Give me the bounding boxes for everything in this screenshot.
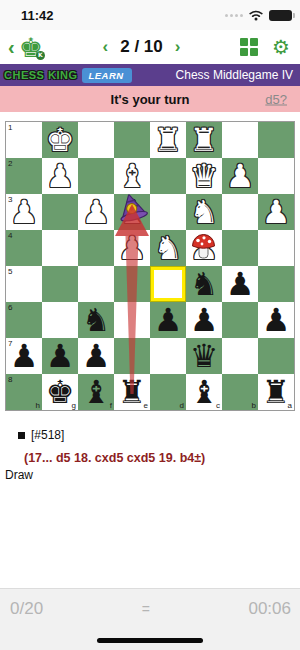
square-e7[interactable] xyxy=(114,338,150,374)
square-b1[interactable] xyxy=(222,122,258,158)
square-g6[interactable] xyxy=(42,302,78,338)
clock-time: 11:42 xyxy=(21,8,54,23)
square-a1[interactable] xyxy=(258,122,294,158)
black-piece-e8: ♜ xyxy=(118,376,147,408)
puzzle-id: [#518] xyxy=(31,428,64,442)
square-e6[interactable] xyxy=(114,302,150,338)
black-piece-f8: ♝ xyxy=(82,376,111,408)
black-piece-a6: ♟ xyxy=(262,304,291,336)
file-label-h: h xyxy=(36,401,40,410)
hint-move-link[interactable]: d5? xyxy=(265,92,287,107)
square-h2[interactable]: 2 xyxy=(6,158,42,194)
square-f8[interactable]: f♝ xyxy=(78,374,114,410)
black-piece-c6: ♟ xyxy=(190,304,219,336)
white-piece-c4: ♟ xyxy=(190,232,219,264)
white-piece-e4: ♟ xyxy=(118,232,147,264)
square-g3[interactable] xyxy=(42,194,78,230)
prompt-bar: It's your turn d5? xyxy=(0,86,300,112)
square-b5[interactable]: ♟ xyxy=(222,266,258,302)
square-g1[interactable]: ♚ xyxy=(42,122,78,158)
rank-label-7: 7 xyxy=(8,339,12,348)
evaluation-symbol: = xyxy=(142,601,150,617)
black-piece-g8: ♚ xyxy=(46,376,75,408)
square-d3[interactable] xyxy=(150,194,186,230)
square-g7[interactable]: ♟ xyxy=(42,338,78,374)
black-piece-f6: ♞ xyxy=(82,304,111,336)
rank-label-5: 5 xyxy=(8,267,12,276)
white-piece-f3: ♟ xyxy=(82,196,111,228)
square-d8[interactable]: d xyxy=(150,374,186,410)
square-h6[interactable]: 6 xyxy=(6,302,42,338)
black-piece-g7: ♟ xyxy=(46,340,75,372)
square-e1[interactable] xyxy=(114,122,150,158)
brand-bar: CHESS KING LEARN Chess Middlegame IV xyxy=(0,64,300,86)
cellular-signal-icon xyxy=(225,14,243,17)
file-label-f: f xyxy=(110,401,112,410)
square-d1[interactable]: ♜ xyxy=(150,122,186,158)
square-a3[interactable]: ♟ xyxy=(258,194,294,230)
settings-gear-button[interactable]: ⚙ xyxy=(272,37,290,57)
square-b2[interactable]: ♟ xyxy=(222,158,258,194)
puzzle-counter: 2 / 10 xyxy=(120,37,163,57)
rank-label-2: 2 xyxy=(8,159,12,168)
black-piece-a8: ♜ xyxy=(262,376,291,408)
prev-puzzle-button[interactable]: ‹ xyxy=(103,37,109,57)
square-c1[interactable]: ♜ xyxy=(186,122,222,158)
turn-message: It's your turn xyxy=(111,92,190,107)
square-h5[interactable]: 5 xyxy=(6,266,42,302)
black-piece-f7: ♟ xyxy=(82,340,111,372)
file-label-a: a xyxy=(288,401,292,410)
square-h7[interactable]: 7♟ xyxy=(6,338,42,374)
square-c3[interactable]: ♞ xyxy=(186,194,222,230)
square-b7[interactable] xyxy=(222,338,258,374)
square-f6[interactable]: ♞ xyxy=(78,302,114,338)
square-a8[interactable]: a♜ xyxy=(258,374,294,410)
square-a6[interactable]: ♟ xyxy=(258,302,294,338)
square-a7[interactable] xyxy=(258,338,294,374)
white-piece-e2: ♝ xyxy=(118,160,147,192)
rank-label-3: 3 xyxy=(8,195,12,204)
square-f2[interactable] xyxy=(78,158,114,194)
annotation-panel: [#518] (17... d5 18. cxd5 cxd5 19. b4±) … xyxy=(0,428,300,482)
white-piece-e3: ♝ xyxy=(118,196,147,228)
chess-king-logo-icon[interactable]: ♚K xyxy=(19,34,43,61)
square-c5[interactable]: ♞ xyxy=(186,266,222,302)
logo-badge: K xyxy=(36,51,45,60)
square-h4[interactable]: 4 xyxy=(6,230,42,266)
white-piece-d4: ♞ xyxy=(154,232,183,264)
file-label-e: e xyxy=(144,401,148,410)
square-d4[interactable]: ♞ xyxy=(150,230,186,266)
square-f1[interactable] xyxy=(78,122,114,158)
square-e5[interactable] xyxy=(114,266,150,302)
square-d2[interactable] xyxy=(150,158,186,194)
square-c2[interactable]: ♛ xyxy=(186,158,222,194)
square-b8[interactable]: b xyxy=(222,374,258,410)
rank-label-8: 8 xyxy=(8,375,12,384)
square-e3[interactable]: ♝ xyxy=(114,194,150,230)
rank-label-4: 4 xyxy=(8,231,12,240)
square-f5[interactable] xyxy=(78,266,114,302)
square-f3[interactable]: ♟ xyxy=(78,194,114,230)
wifi-icon xyxy=(248,9,264,21)
square-e8[interactable]: e♜ xyxy=(114,374,150,410)
back-chevron-icon[interactable]: ‹ xyxy=(8,37,15,57)
course-title: Chess Middlegame IV xyxy=(176,68,293,82)
square-c7[interactable]: ♛ xyxy=(186,338,222,374)
square-a4[interactable] xyxy=(258,230,294,266)
next-puzzle-button[interactable]: › xyxy=(175,37,181,57)
square-h8[interactable]: 8h xyxy=(6,374,42,410)
puzzle-grid-button[interactable] xyxy=(240,38,258,56)
square-f4[interactable] xyxy=(78,230,114,266)
square-h1[interactable]: 1 xyxy=(6,122,42,158)
square-b6[interactable] xyxy=(222,302,258,338)
result-text: Draw xyxy=(0,468,300,482)
footer-bar: 0/20 = 00:06 xyxy=(0,588,300,650)
score-counter: 0/20 xyxy=(10,599,43,619)
black-piece-c5: ♞ xyxy=(190,268,219,300)
square-g2[interactable]: ♟ xyxy=(42,158,78,194)
square-e2[interactable]: ♝ xyxy=(114,158,150,194)
black-piece-d6: ♟ xyxy=(154,304,183,336)
square-b4[interactable] xyxy=(222,230,258,266)
white-piece-g2: ♟ xyxy=(46,160,75,192)
square-c4[interactable]: ♟ xyxy=(186,230,222,266)
square-g5[interactable] xyxy=(42,266,78,302)
board-container: 1♚♜♜2♟♝♛♟3♟♟♝ ♞♟4♟♞♟ 5♞♟6♞♟♟♟7♟♟♟♛8hg♚f♝… xyxy=(5,121,295,411)
nav-bar: ‹ ♚K ‹ 2 / 10 › ⚙ xyxy=(0,30,300,64)
white-piece-c2: ♛ xyxy=(190,160,219,192)
white-piece-c3: ♞ xyxy=(190,196,219,228)
file-label-b: b xyxy=(252,401,256,410)
home-indicator[interactable] xyxy=(97,638,203,643)
black-piece-c8: ♝ xyxy=(190,376,219,408)
black-piece-h7: ♟ xyxy=(10,340,39,372)
square-g4[interactable] xyxy=(42,230,78,266)
chess-board: 1♚♜♜2♟♝♛♟3♟♟♝ ♞♟4♟♞♟ 5♞♟6♞♟♟♟7♟♟♟♛8hg♚f♝… xyxy=(6,122,294,410)
black-piece-b5: ♟ xyxy=(226,268,255,300)
white-piece-h3: ♟ xyxy=(10,196,39,228)
white-piece-c1: ♜ xyxy=(190,124,219,156)
status-bar: 11:42 xyxy=(0,0,300,30)
file-label-g: g xyxy=(72,401,76,410)
file-label-d: d xyxy=(180,401,184,410)
square-c8[interactable]: c♝ xyxy=(186,374,222,410)
square-d5[interactable] xyxy=(150,266,186,302)
variation-line: (17... d5 18. cxd5 cxd5 19. b4±) xyxy=(0,451,300,465)
square-h3[interactable]: 3♟ xyxy=(6,194,42,230)
square-f7[interactable]: ♟ xyxy=(78,338,114,374)
square-d7[interactable] xyxy=(150,338,186,374)
white-piece-a3: ♟ xyxy=(262,196,291,228)
square-c6[interactable]: ♟ xyxy=(186,302,222,338)
chess-king-wordmark: CHESS KING xyxy=(4,69,77,81)
square-b3[interactable] xyxy=(222,194,258,230)
square-a5[interactable] xyxy=(258,266,294,302)
black-piece-c7: ♛ xyxy=(190,340,219,372)
learn-badge: LEARN xyxy=(82,68,131,83)
square-e4[interactable]: ♟ xyxy=(114,230,150,266)
square-d6[interactable]: ♟ xyxy=(150,302,186,338)
file-label-c: c xyxy=(216,401,220,410)
square-bullet-icon xyxy=(18,432,25,439)
white-piece-d1: ♜ xyxy=(154,124,183,156)
rank-label-1: 1 xyxy=(8,123,12,132)
elapsed-timer: 00:06 xyxy=(248,599,291,619)
rank-label-6: 6 xyxy=(8,303,12,312)
square-a2[interactable] xyxy=(258,158,294,194)
white-piece-g1: ♚ xyxy=(46,124,75,156)
white-piece-b2: ♟ xyxy=(226,160,255,192)
square-g8[interactable]: g♚ xyxy=(42,374,78,410)
battery-icon xyxy=(269,10,292,21)
